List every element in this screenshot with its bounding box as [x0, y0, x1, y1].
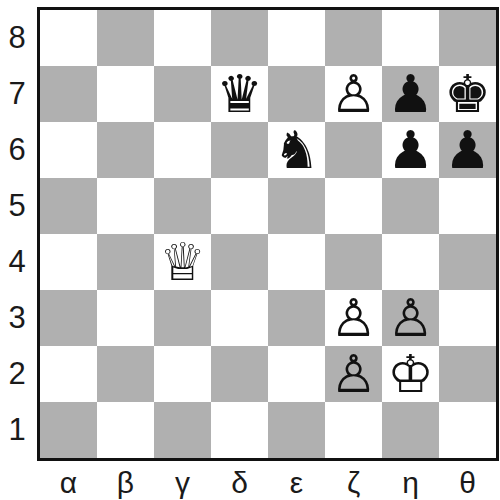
square-a2[interactable] [40, 346, 97, 402]
black-pawn-g6[interactable]: ♟ [387, 122, 434, 178]
square-g6[interactable]: ♟ [382, 122, 439, 178]
white-king-g2[interactable]: ♔ [387, 346, 434, 402]
square-a5[interactable] [40, 178, 97, 234]
square-f2[interactable]: ♙ [325, 346, 382, 402]
square-b3[interactable] [97, 290, 154, 346]
square-c7[interactable] [154, 66, 211, 122]
square-b2[interactable] [97, 346, 154, 402]
square-a4[interactable] [40, 234, 97, 290]
white-queen-c4[interactable]: ♕ [159, 234, 206, 290]
square-h7[interactable]: ♚ [439, 66, 496, 122]
black-king-h7[interactable]: ♚ [444, 66, 491, 122]
square-h2[interactable] [439, 346, 496, 402]
square-c2[interactable] [154, 346, 211, 402]
square-h3[interactable] [439, 290, 496, 346]
file-label-a: α [40, 466, 97, 500]
square-c3[interactable] [154, 290, 211, 346]
file-label-e: ε [268, 466, 325, 500]
square-h6[interactable]: ♟ [439, 122, 496, 178]
square-f5[interactable] [325, 178, 382, 234]
file-label-c: γ [154, 466, 211, 500]
square-c6[interactable] [154, 122, 211, 178]
square-h1[interactable] [439, 402, 496, 458]
white-pawn-f7[interactable]: ♙ [330, 66, 377, 122]
file-labels: αβγδεζηθ [40, 466, 496, 500]
white-pawn-g3[interactable]: ♙ [387, 290, 434, 346]
file-label-b: β [97, 466, 154, 500]
square-a7[interactable] [40, 66, 97, 122]
square-g5[interactable] [382, 178, 439, 234]
black-queen-d7[interactable]: ♛ [216, 66, 263, 122]
square-d3[interactable] [211, 290, 268, 346]
white-pawn-f2[interactable]: ♙ [330, 346, 377, 402]
square-e5[interactable] [268, 178, 325, 234]
rank-label-3: 3 [0, 290, 34, 346]
file-label-d: δ [211, 466, 268, 500]
square-f8[interactable] [325, 10, 382, 66]
rank-labels: 87654321 [0, 10, 34, 458]
square-c1[interactable] [154, 402, 211, 458]
square-g7[interactable]: ♟ [382, 66, 439, 122]
square-b5[interactable] [97, 178, 154, 234]
rank-label-8: 8 [0, 10, 34, 66]
square-g3[interactable]: ♙ [382, 290, 439, 346]
rank-label-1: 1 [0, 402, 34, 458]
square-g2[interactable]: ♔ [382, 346, 439, 402]
square-e6[interactable]: ♞ [268, 122, 325, 178]
square-b6[interactable] [97, 122, 154, 178]
square-g1[interactable] [382, 402, 439, 458]
file-label-h: θ [439, 466, 496, 500]
square-a1[interactable] [40, 402, 97, 458]
chess-board: ♛♙♟♚♞♟♟♕♙♙♙♔ [37, 7, 499, 461]
square-h8[interactable] [439, 10, 496, 66]
square-d5[interactable] [211, 178, 268, 234]
square-e7[interactable] [268, 66, 325, 122]
black-pawn-g7[interactable]: ♟ [387, 66, 434, 122]
square-e4[interactable] [268, 234, 325, 290]
chess-diagram: 87654321 ♛♙♟♚♞♟♟♕♙♙♙♔ αβγδεζηθ [0, 0, 500, 500]
square-a8[interactable] [40, 10, 97, 66]
square-d8[interactable] [211, 10, 268, 66]
square-b1[interactable] [97, 402, 154, 458]
square-f3[interactable]: ♙ [325, 290, 382, 346]
square-h4[interactable] [439, 234, 496, 290]
square-a6[interactable] [40, 122, 97, 178]
square-d6[interactable] [211, 122, 268, 178]
rank-label-2: 2 [0, 346, 34, 402]
rank-label-4: 4 [0, 234, 34, 290]
square-d7[interactable]: ♛ [211, 66, 268, 122]
square-d2[interactable] [211, 346, 268, 402]
black-knight-e6[interactable]: ♞ [273, 122, 320, 178]
square-e8[interactable] [268, 10, 325, 66]
square-b7[interactable] [97, 66, 154, 122]
square-e1[interactable] [268, 402, 325, 458]
white-pawn-f3[interactable]: ♙ [330, 290, 377, 346]
square-c4[interactable]: ♕ [154, 234, 211, 290]
square-f1[interactable] [325, 402, 382, 458]
rank-label-6: 6 [0, 122, 34, 178]
square-c5[interactable] [154, 178, 211, 234]
square-b8[interactable] [97, 10, 154, 66]
square-c8[interactable] [154, 10, 211, 66]
square-f7[interactable]: ♙ [325, 66, 382, 122]
square-f4[interactable] [325, 234, 382, 290]
square-f6[interactable] [325, 122, 382, 178]
square-a3[interactable] [40, 290, 97, 346]
square-b4[interactable] [97, 234, 154, 290]
square-d4[interactable] [211, 234, 268, 290]
square-e3[interactable] [268, 290, 325, 346]
square-h5[interactable] [439, 178, 496, 234]
square-g4[interactable] [382, 234, 439, 290]
square-d1[interactable] [211, 402, 268, 458]
black-pawn-h6[interactable]: ♟ [444, 122, 491, 178]
rank-label-7: 7 [0, 66, 34, 122]
rank-label-5: 5 [0, 178, 34, 234]
square-e2[interactable] [268, 346, 325, 402]
file-label-g: η [382, 466, 439, 500]
square-g8[interactable] [382, 10, 439, 66]
file-label-f: ζ [325, 466, 382, 500]
